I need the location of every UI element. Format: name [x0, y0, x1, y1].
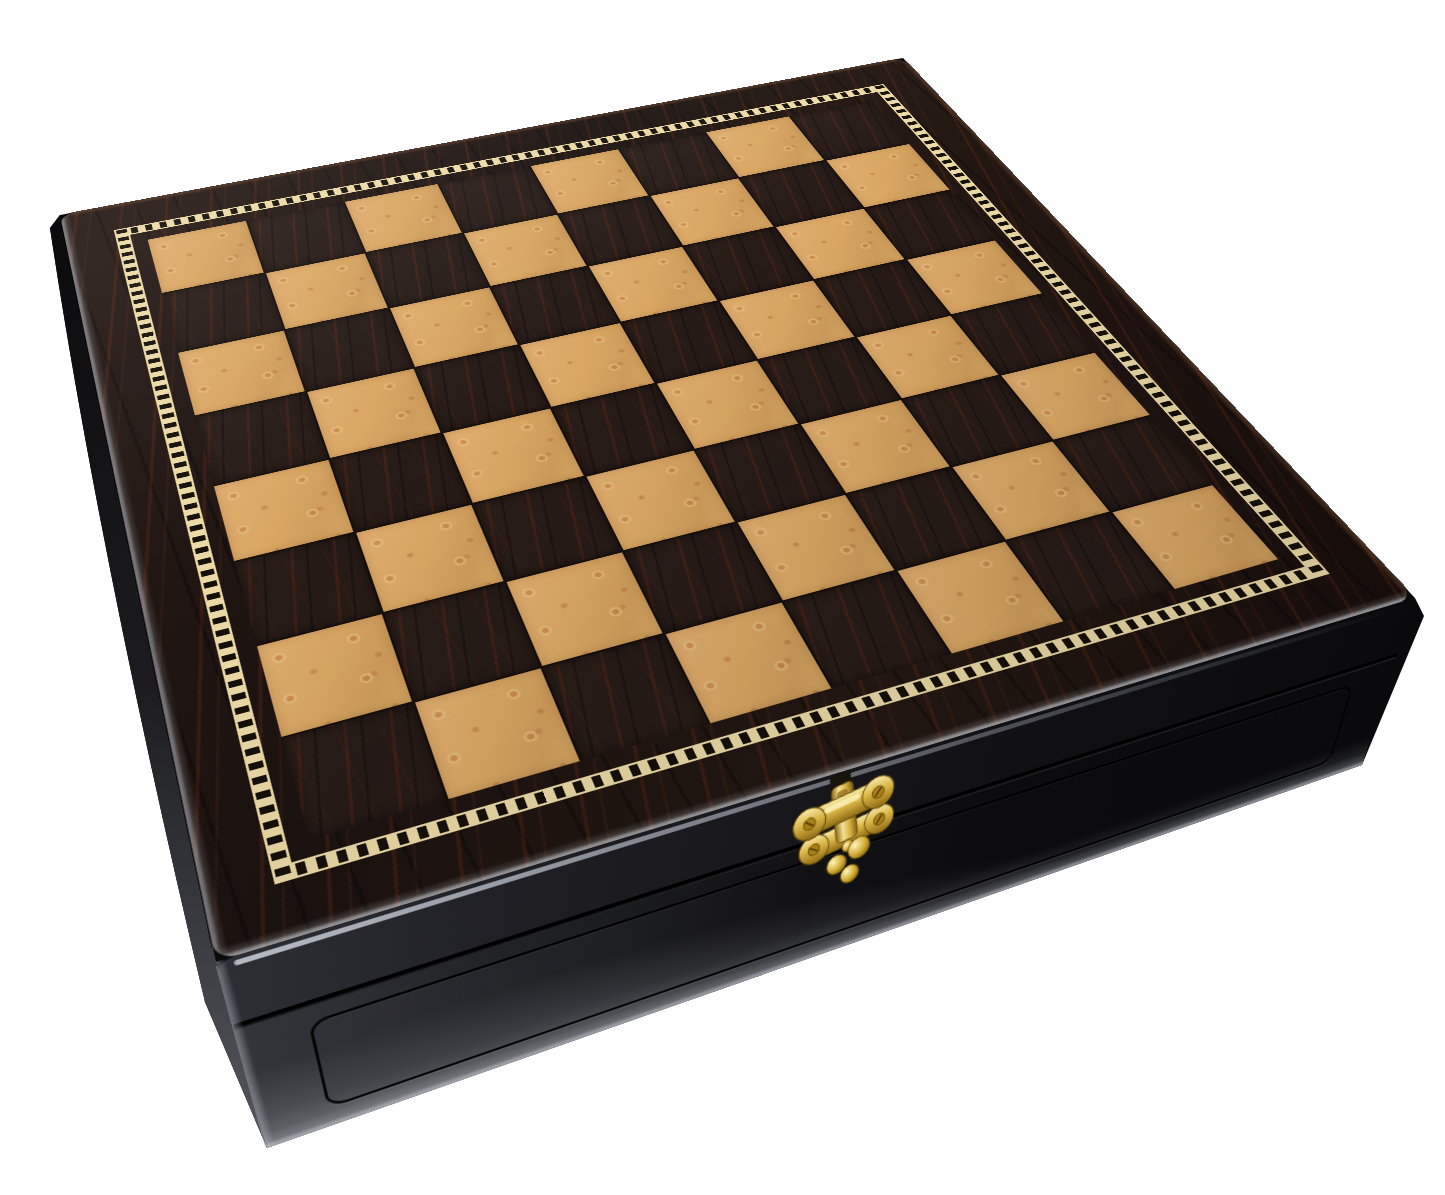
product-photo-scene — [0, 0, 1445, 1195]
